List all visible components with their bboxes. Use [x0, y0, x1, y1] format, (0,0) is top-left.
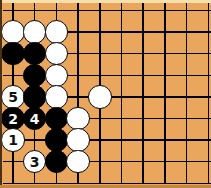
stone-black: [45, 107, 69, 131]
stone-white: [66, 107, 90, 131]
stone-black: [23, 42, 47, 66]
stone-black: [45, 128, 69, 152]
grid-vline: [186, 3, 188, 184]
stone-white: [23, 20, 47, 44]
stone-black: [23, 64, 47, 88]
stone-black: 2: [1, 107, 25, 131]
go-diagram: 52413: [0, 0, 211, 188]
stone-white: 5: [1, 85, 25, 109]
move-number: 4: [30, 112, 40, 126]
move-number: 1: [8, 133, 18, 147]
grid-vline: [208, 3, 210, 184]
stone-white: [45, 20, 69, 44]
stone-white: [88, 85, 112, 109]
stone-black: [45, 150, 69, 174]
stone-white: [1, 20, 25, 44]
grid-vline: [121, 3, 123, 184]
stone-black: [23, 85, 47, 109]
stone-white: [45, 64, 69, 88]
stone-black: 4: [23, 107, 47, 131]
board-frame-bottom-shadow: [0, 185, 211, 188]
go-board: 52413: [0, 0, 211, 188]
move-number: 2: [8, 112, 18, 126]
move-number: 5: [8, 90, 18, 104]
stone-white: [45, 42, 69, 66]
stone-black: [1, 42, 25, 66]
stone-white: [66, 128, 90, 152]
board-frame-left-edge: [0, 0, 2, 188]
grid-vline: [142, 3, 144, 184]
stone-white: 3: [23, 150, 47, 174]
stone-white: 1: [1, 128, 25, 152]
stone-white: [45, 85, 69, 109]
board-frame-top-highlight: [0, 0, 211, 3]
stone-white: [66, 150, 90, 174]
grid-vline: [164, 3, 166, 184]
move-number: 3: [30, 155, 40, 169]
